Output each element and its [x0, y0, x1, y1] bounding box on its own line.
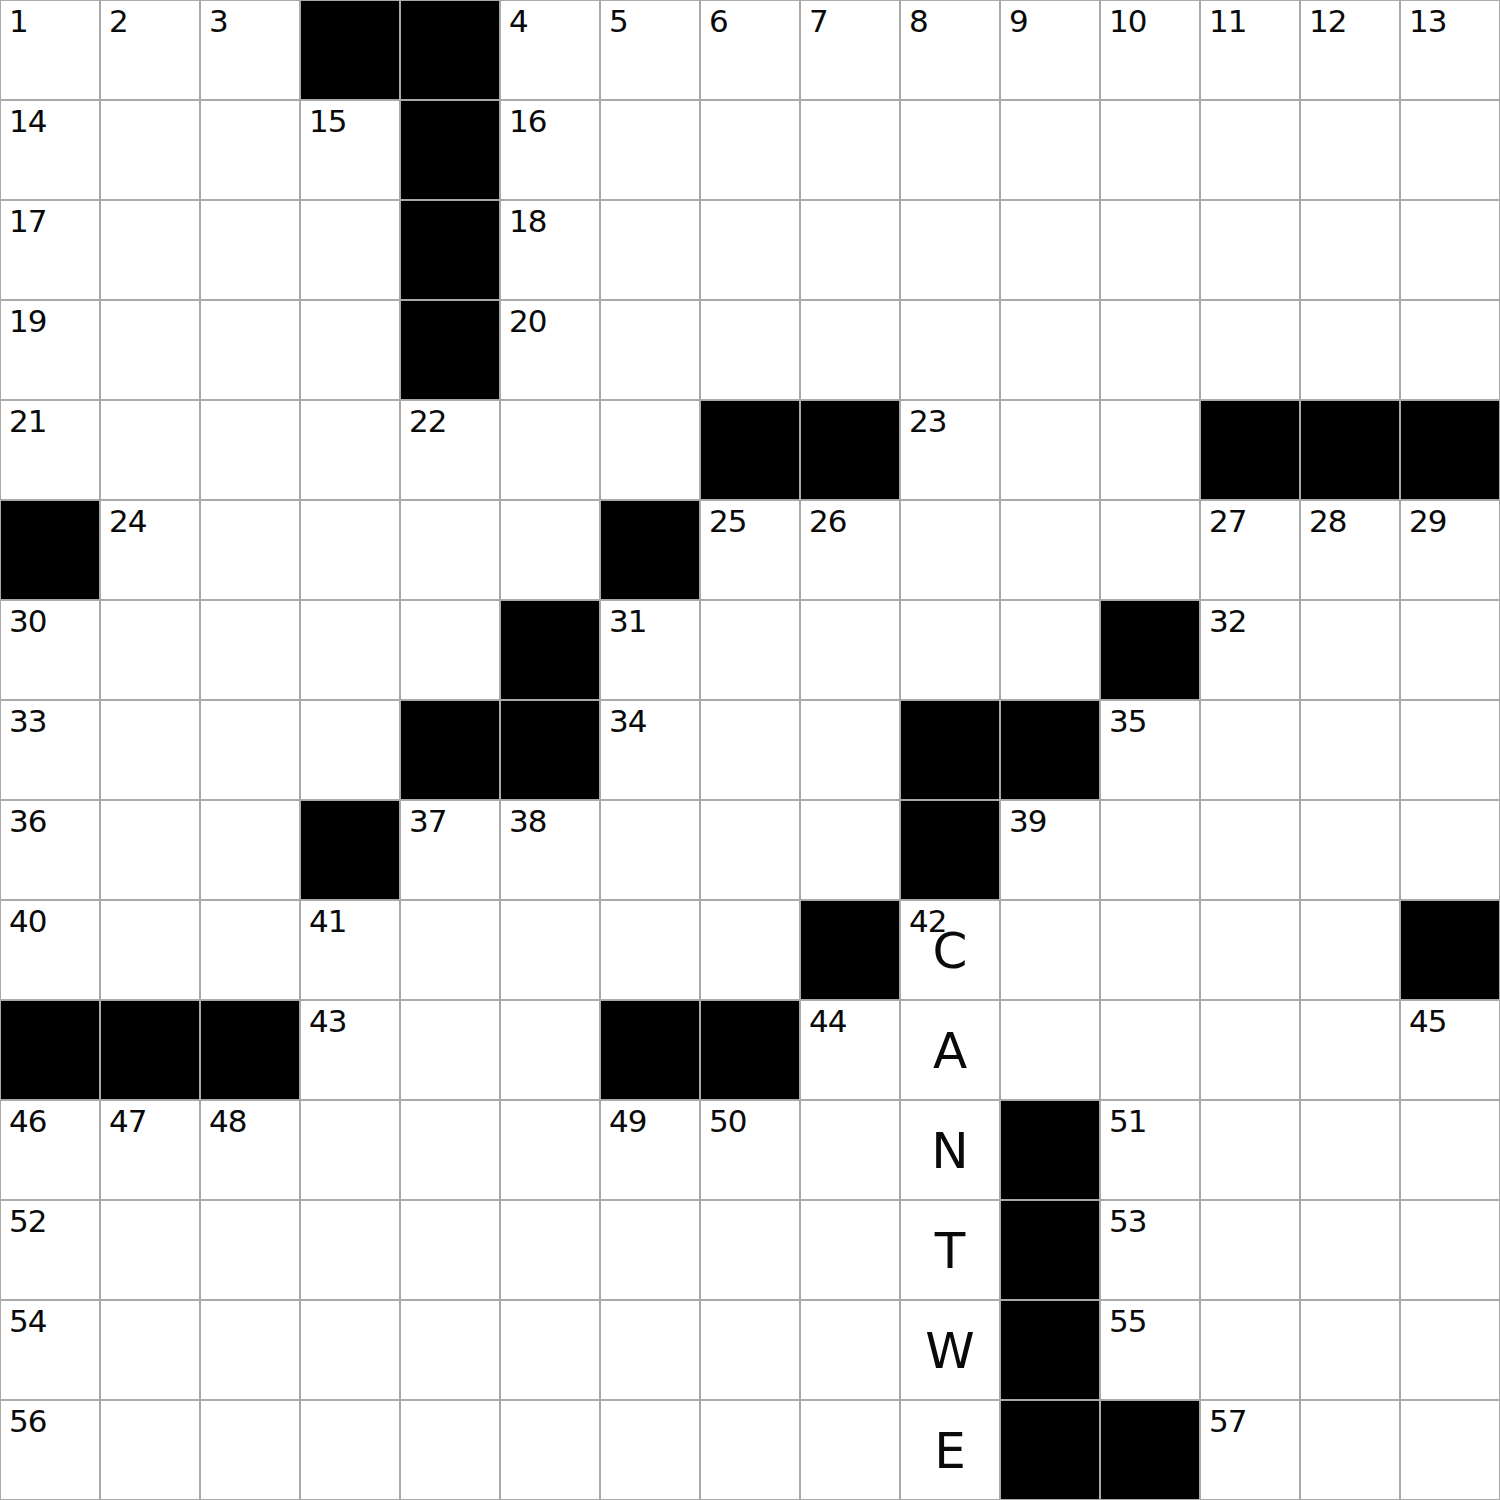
cell[interactable] [800, 200, 900, 300]
cell[interactable] [400, 1200, 500, 1300]
clue-number: 36 [9, 806, 46, 837]
cell[interactable] [300, 1100, 400, 1200]
cell[interactable] [1200, 1200, 1300, 1300]
cell[interactable]: 57 [1200, 1400, 1300, 1500]
clue-number: 44 [809, 1006, 846, 1037]
cell[interactable]: 45 [1400, 1000, 1500, 1100]
cell[interactable]: 53 [1100, 1200, 1200, 1300]
cell[interactable]: A [900, 1000, 1000, 1100]
cell[interactable] [1300, 700, 1400, 800]
cell[interactable]: W [900, 1300, 1000, 1400]
clue-number: 3 [209, 6, 228, 37]
cell[interactable]: 42C [900, 900, 1000, 1000]
cell[interactable]: 23 [900, 400, 1000, 500]
cell[interactable]: 28 [1300, 500, 1400, 600]
cell[interactable] [1100, 900, 1200, 1000]
cell[interactable] [300, 200, 400, 300]
cell[interactable]: T [900, 1200, 1000, 1300]
cell[interactable]: 34 [600, 700, 700, 800]
cell[interactable] [1400, 1300, 1500, 1400]
clue-number: 6 [709, 6, 728, 37]
cell[interactable] [1300, 1300, 1400, 1400]
clue-number: 57 [1209, 1406, 1246, 1437]
cell[interactable] [300, 1400, 400, 1500]
cell[interactable]: 56 [0, 1400, 100, 1500]
cell[interactable] [200, 500, 300, 600]
cell[interactable]: 22 [400, 400, 500, 500]
cell[interactable] [600, 1200, 700, 1300]
cell[interactable] [200, 1200, 300, 1300]
cell[interactable]: 31 [600, 600, 700, 700]
cell[interactable]: 10 [1100, 0, 1200, 100]
cell-letter: T [901, 1201, 999, 1299]
cell[interactable]: 19 [0, 300, 100, 400]
cell[interactable] [800, 1400, 900, 1500]
block-cell [800, 400, 900, 500]
block-cell [1000, 1300, 1100, 1400]
block-cell [1400, 900, 1500, 1000]
clue-number: 16 [509, 106, 546, 137]
clue-number: 5 [609, 6, 628, 37]
cell[interactable] [1300, 1000, 1400, 1100]
cell[interactable]: 36 [0, 800, 100, 900]
cell[interactable]: 49 [600, 1100, 700, 1200]
cell[interactable] [1000, 500, 1100, 600]
cell[interactable] [100, 1300, 200, 1400]
block-cell [1100, 1400, 1200, 1500]
cell[interactable]: 4 [500, 0, 600, 100]
clue-number: 29 [1409, 506, 1446, 537]
cell[interactable]: 40 [0, 900, 100, 1000]
clue-number: 7 [809, 6, 828, 37]
cell[interactable] [800, 1200, 900, 1300]
clue-number: 39 [1009, 806, 1046, 837]
cell[interactable] [1200, 100, 1300, 200]
cell[interactable] [700, 1200, 800, 1300]
clue-number: 23 [909, 406, 946, 437]
cell[interactable] [700, 1400, 800, 1500]
cell[interactable] [100, 1400, 200, 1500]
cell[interactable] [100, 300, 200, 400]
block-cell [1100, 600, 1200, 700]
cell[interactable]: 41 [300, 900, 400, 1000]
cell[interactable] [1200, 1300, 1300, 1400]
cell[interactable] [1100, 800, 1200, 900]
cell[interactable] [300, 400, 400, 500]
cell[interactable] [1100, 300, 1200, 400]
clue-number: 33 [9, 706, 46, 737]
cell[interactable] [500, 1200, 600, 1300]
cell[interactable] [1100, 400, 1200, 500]
cell[interactable] [500, 1000, 600, 1100]
cell[interactable] [100, 700, 200, 800]
cell[interactable] [900, 500, 1000, 600]
cell[interactable] [1300, 900, 1400, 1000]
block-cell [400, 300, 500, 400]
clue-number: 45 [1409, 1006, 1446, 1037]
cell[interactable]: 25 [700, 500, 800, 600]
cell[interactable] [600, 1400, 700, 1500]
cell[interactable] [700, 800, 800, 900]
cell[interactable] [500, 1100, 600, 1200]
block-cell [1000, 700, 1100, 800]
cell[interactable] [900, 100, 1000, 200]
cell[interactable] [700, 900, 800, 1000]
cell[interactable] [500, 1300, 600, 1400]
clue-number: 47 [109, 1106, 146, 1137]
cell[interactable] [900, 300, 1000, 400]
block-cell [600, 1000, 700, 1100]
clue-number: 22 [409, 406, 446, 437]
cell[interactable] [300, 600, 400, 700]
block-cell [400, 0, 500, 100]
block-cell [800, 900, 900, 1000]
cell[interactable] [500, 400, 600, 500]
cell[interactable] [1200, 900, 1300, 1000]
cell[interactable]: 8 [900, 0, 1000, 100]
cell[interactable] [1400, 1400, 1500, 1500]
clue-number: 19 [9, 306, 46, 337]
block-cell [300, 800, 400, 900]
cell[interactable]: 46 [0, 1100, 100, 1200]
cell[interactable] [1000, 400, 1100, 500]
cell-letter: N [901, 1101, 999, 1199]
cell[interactable] [400, 1100, 500, 1200]
cell[interactable] [1000, 900, 1100, 1000]
clue-number: 12 [1309, 6, 1346, 37]
cell[interactable]: 12 [1300, 0, 1400, 100]
cell[interactable] [100, 600, 200, 700]
clue-number: 21 [9, 406, 46, 437]
clue-number: 17 [9, 206, 46, 237]
cell[interactable]: 37 [400, 800, 500, 900]
cell-letter: C [901, 901, 999, 999]
clue-number: 4 [509, 6, 528, 37]
cell[interactable]: 20 [500, 300, 600, 400]
clue-number: 50 [709, 1106, 746, 1137]
cell[interactable]: 5 [600, 0, 700, 100]
cell[interactable] [500, 900, 600, 1000]
cell[interactable]: 44 [800, 1000, 900, 1100]
block-cell [0, 1000, 100, 1100]
cell[interactable] [400, 1400, 500, 1500]
cell[interactable] [1300, 1100, 1400, 1200]
clue-number: 48 [209, 1106, 246, 1137]
clue-number: 8 [909, 6, 928, 37]
clue-number: 20 [509, 306, 546, 337]
cell[interactable]: 32 [1200, 600, 1300, 700]
block-cell [400, 700, 500, 800]
cell[interactable]: 17 [0, 200, 100, 300]
cell[interactable] [400, 1300, 500, 1400]
cell[interactable]: 3 [200, 0, 300, 100]
cell[interactable] [1100, 1000, 1200, 1100]
clue-number: 46 [9, 1106, 46, 1137]
cell[interactable] [800, 300, 900, 400]
cell[interactable] [1400, 700, 1500, 800]
cell[interactable] [400, 600, 500, 700]
clue-number: 11 [1209, 6, 1246, 37]
clue-number: 1 [9, 6, 28, 37]
cell[interactable] [400, 900, 500, 1000]
cell[interactable]: 54 [0, 1300, 100, 1400]
clue-number: 15 [309, 106, 346, 137]
cell[interactable] [1000, 1000, 1100, 1100]
cell[interactable] [600, 300, 700, 400]
cell[interactable] [1300, 1200, 1400, 1300]
cell[interactable]: 29 [1400, 500, 1500, 600]
cell[interactable] [1000, 200, 1100, 300]
clue-number: 10 [1109, 6, 1146, 37]
cell[interactable] [500, 1400, 600, 1500]
cell[interactable] [300, 700, 400, 800]
cell[interactable] [1400, 1100, 1500, 1200]
cell[interactable]: 15 [300, 100, 400, 200]
block-cell [1200, 400, 1300, 500]
cell[interactable] [700, 100, 800, 200]
cell[interactable] [1100, 200, 1200, 300]
cell[interactable] [800, 600, 900, 700]
cell[interactable] [700, 300, 800, 400]
cell[interactable] [600, 1300, 700, 1400]
cell[interactable] [700, 700, 800, 800]
clue-number: 32 [1209, 606, 1246, 637]
cell[interactable]: 43 [300, 1000, 400, 1100]
cell[interactable] [1000, 600, 1100, 700]
cell[interactable] [200, 300, 300, 400]
cell-letter: W [901, 1301, 999, 1399]
cell[interactable]: 38 [500, 800, 600, 900]
cell[interactable] [800, 100, 900, 200]
block-cell [1000, 1100, 1100, 1200]
block-cell [300, 0, 400, 100]
cell[interactable]: 7 [800, 0, 900, 100]
cell[interactable] [200, 100, 300, 200]
block-cell [1000, 1200, 1100, 1300]
block-cell [600, 500, 700, 600]
block-cell [900, 800, 1000, 900]
cell[interactable]: 14 [0, 100, 100, 200]
clue-number: 30 [9, 606, 46, 637]
clue-number: 2 [109, 6, 128, 37]
cell[interactable]: 9 [1000, 0, 1100, 100]
cell[interactable] [100, 100, 200, 200]
cell[interactable] [1000, 300, 1100, 400]
cell[interactable] [1200, 200, 1300, 300]
cell-letter: A [901, 1001, 999, 1099]
clue-number: 53 [1109, 1206, 1146, 1237]
cell[interactable] [200, 1300, 300, 1400]
block-cell [500, 700, 600, 800]
clue-number: 27 [1209, 506, 1246, 537]
cell[interactable] [1400, 300, 1500, 400]
cell[interactable] [1400, 600, 1500, 700]
clue-number: 31 [609, 606, 646, 637]
cell[interactable]: 24 [100, 500, 200, 600]
clue-number: 40 [9, 906, 46, 937]
cell[interactable] [800, 1300, 900, 1400]
clue-number: 14 [9, 106, 46, 137]
block-cell [700, 1000, 800, 1100]
clue-number: 34 [609, 706, 646, 737]
block-cell [200, 1000, 300, 1100]
clue-number: 13 [1409, 6, 1446, 37]
cell[interactable] [1100, 500, 1200, 600]
clue-number: 51 [1109, 1106, 1146, 1137]
cell[interactable] [1400, 100, 1500, 200]
cell[interactable] [600, 900, 700, 1000]
cell[interactable] [100, 900, 200, 1000]
cell[interactable] [600, 200, 700, 300]
clue-number: 55 [1109, 1306, 1146, 1337]
cell[interactable] [800, 800, 900, 900]
cell[interactable] [1300, 600, 1400, 700]
cell[interactable]: 47 [100, 1100, 200, 1200]
clue-number: 49 [609, 1106, 646, 1137]
cell[interactable] [500, 500, 600, 600]
clue-number: 43 [309, 1006, 346, 1037]
cell[interactable] [100, 400, 200, 500]
block-cell [1300, 400, 1400, 500]
clue-number: 35 [1109, 706, 1146, 737]
cell[interactable] [200, 400, 300, 500]
cell[interactable] [1200, 800, 1300, 900]
cell[interactable] [300, 500, 400, 600]
cell[interactable] [800, 1100, 900, 1200]
clue-number: 38 [509, 806, 546, 837]
cell[interactable] [700, 600, 800, 700]
cell[interactable] [900, 600, 1000, 700]
cell[interactable] [1100, 100, 1200, 200]
cell[interactable] [400, 500, 500, 600]
cell[interactable] [1400, 1200, 1500, 1300]
cell[interactable]: 52 [0, 1200, 100, 1300]
clue-number: 26 [809, 506, 846, 537]
cell[interactable] [400, 1000, 500, 1100]
cell[interactable]: 48 [200, 1100, 300, 1200]
cell[interactable] [200, 1400, 300, 1500]
cell[interactable] [1200, 1000, 1300, 1100]
cell[interactable] [300, 1300, 400, 1400]
cell[interactable] [100, 800, 200, 900]
cell[interactable] [100, 1200, 200, 1300]
clue-number: 54 [9, 1306, 46, 1337]
cell[interactable]: 18 [500, 200, 600, 300]
clue-number: 37 [409, 806, 446, 837]
cell[interactable]: 27 [1200, 500, 1300, 600]
clue-number: 28 [1309, 506, 1346, 537]
cell[interactable] [700, 200, 800, 300]
cell[interactable] [800, 700, 900, 800]
cell[interactable] [1300, 100, 1400, 200]
cell[interactable] [100, 200, 200, 300]
cell-letter: E [901, 1401, 999, 1499]
cell[interactable]: 39 [1000, 800, 1100, 900]
block-cell [400, 200, 500, 300]
block-cell [900, 700, 1000, 800]
cell[interactable]: 55 [1100, 1300, 1200, 1400]
cell[interactable]: 50 [700, 1100, 800, 1200]
cell[interactable] [1400, 200, 1500, 300]
block-cell [400, 100, 500, 200]
cell[interactable]: 1 [0, 0, 100, 100]
block-cell [500, 600, 600, 700]
cell[interactable] [600, 400, 700, 500]
cell[interactable]: 30 [0, 600, 100, 700]
cell[interactable] [200, 700, 300, 800]
cell[interactable]: 33 [0, 700, 100, 800]
cell[interactable] [1200, 700, 1300, 800]
cell[interactable] [1200, 1100, 1300, 1200]
cell[interactable] [700, 1300, 800, 1400]
cell[interactable]: 26 [800, 500, 900, 600]
clue-number: 9 [1009, 6, 1028, 37]
cell[interactable]: 16 [500, 100, 600, 200]
cell[interactable] [1300, 300, 1400, 400]
cell[interactable]: 13 [1400, 0, 1500, 100]
cell[interactable]: 2 [100, 0, 200, 100]
cell[interactable] [900, 200, 1000, 300]
cell[interactable] [600, 800, 700, 900]
clue-number: 52 [9, 1206, 46, 1237]
cell[interactable]: 6 [700, 0, 800, 100]
clue-number: 18 [509, 206, 546, 237]
block-cell [700, 400, 800, 500]
cell[interactable]: 21 [0, 400, 100, 500]
cell[interactable] [600, 100, 700, 200]
block-cell [1400, 400, 1500, 500]
cell[interactable] [1200, 300, 1300, 400]
cell[interactable] [1300, 1400, 1400, 1500]
crossword-grid: 1234567891011121314151617181920212223242… [0, 0, 1500, 1500]
cell[interactable] [200, 900, 300, 1000]
cell[interactable]: E [900, 1400, 1000, 1500]
cell[interactable]: 51 [1100, 1100, 1200, 1200]
block-cell [100, 1000, 200, 1100]
cell[interactable]: 35 [1100, 700, 1200, 800]
cell[interactable] [1000, 100, 1100, 200]
cell[interactable] [200, 800, 300, 900]
clue-number: 41 [309, 906, 346, 937]
clue-number: 25 [709, 506, 746, 537]
cell[interactable]: 11 [1200, 0, 1300, 100]
clue-number: 56 [9, 1406, 46, 1437]
block-cell [0, 500, 100, 600]
cell[interactable] [1300, 800, 1400, 900]
cell[interactable] [1300, 200, 1400, 300]
cell[interactable] [200, 200, 300, 300]
block-cell [1000, 1400, 1100, 1500]
cell[interactable] [300, 300, 400, 400]
cell[interactable] [200, 600, 300, 700]
clue-number: 24 [109, 506, 146, 537]
cell[interactable] [1400, 800, 1500, 900]
cell[interactable] [300, 1200, 400, 1300]
cell[interactable]: N [900, 1100, 1000, 1200]
